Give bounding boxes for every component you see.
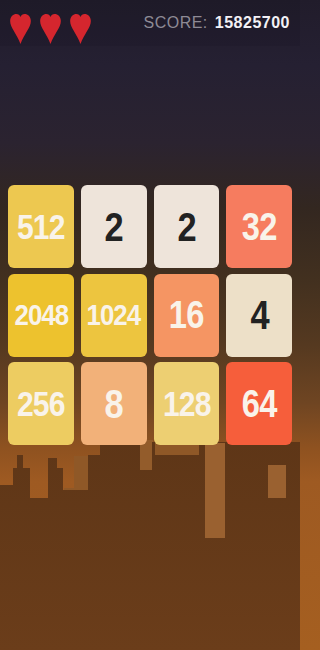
tile-16: 16 (154, 274, 220, 357)
tile-1024: 1024 (81, 274, 147, 357)
tile-2: 2 (154, 185, 220, 268)
tile-value: 32 (242, 208, 277, 246)
lives (9, 13, 92, 45)
tile-256: 256 (8, 362, 74, 445)
tile-value: 128 (163, 386, 211, 421)
tile-2048: 2048 (8, 274, 74, 357)
tile-8: 8 (81, 362, 147, 445)
tile-4: 4 (226, 274, 292, 357)
top-hud-bar: SCORE: 15825700 (0, 0, 300, 46)
tile-value: 8 (104, 384, 122, 424)
tile-value: 4 (250, 295, 268, 335)
tile-value: 1024 (87, 300, 141, 330)
score-label: SCORE: (143, 14, 207, 32)
tile-value: 64 (242, 385, 277, 423)
heart-icon (69, 13, 92, 45)
tile-value: 512 (17, 209, 65, 244)
city-skyline (0, 435, 300, 650)
tile-512: 512 (8, 185, 74, 268)
tile-value: 2 (177, 207, 195, 247)
board-grid[interactable]: 512223220481024164256812864 (8, 185, 292, 445)
tile-64: 64 (226, 362, 292, 445)
tile-2: 2 (81, 185, 147, 268)
tile-32: 32 (226, 185, 292, 268)
heart-icon (9, 13, 32, 45)
score: SCORE: 15825700 (143, 0, 290, 46)
tile-value: 256 (17, 386, 65, 421)
tile-value: 16 (169, 296, 204, 334)
tile-value: 2 (104, 207, 122, 247)
tile-value: 2048 (14, 300, 68, 330)
tile-128: 128 (154, 362, 220, 445)
score-value: 15825700 (215, 14, 290, 32)
skyline-front-silhouette (0, 442, 300, 650)
heart-icon (39, 13, 62, 45)
